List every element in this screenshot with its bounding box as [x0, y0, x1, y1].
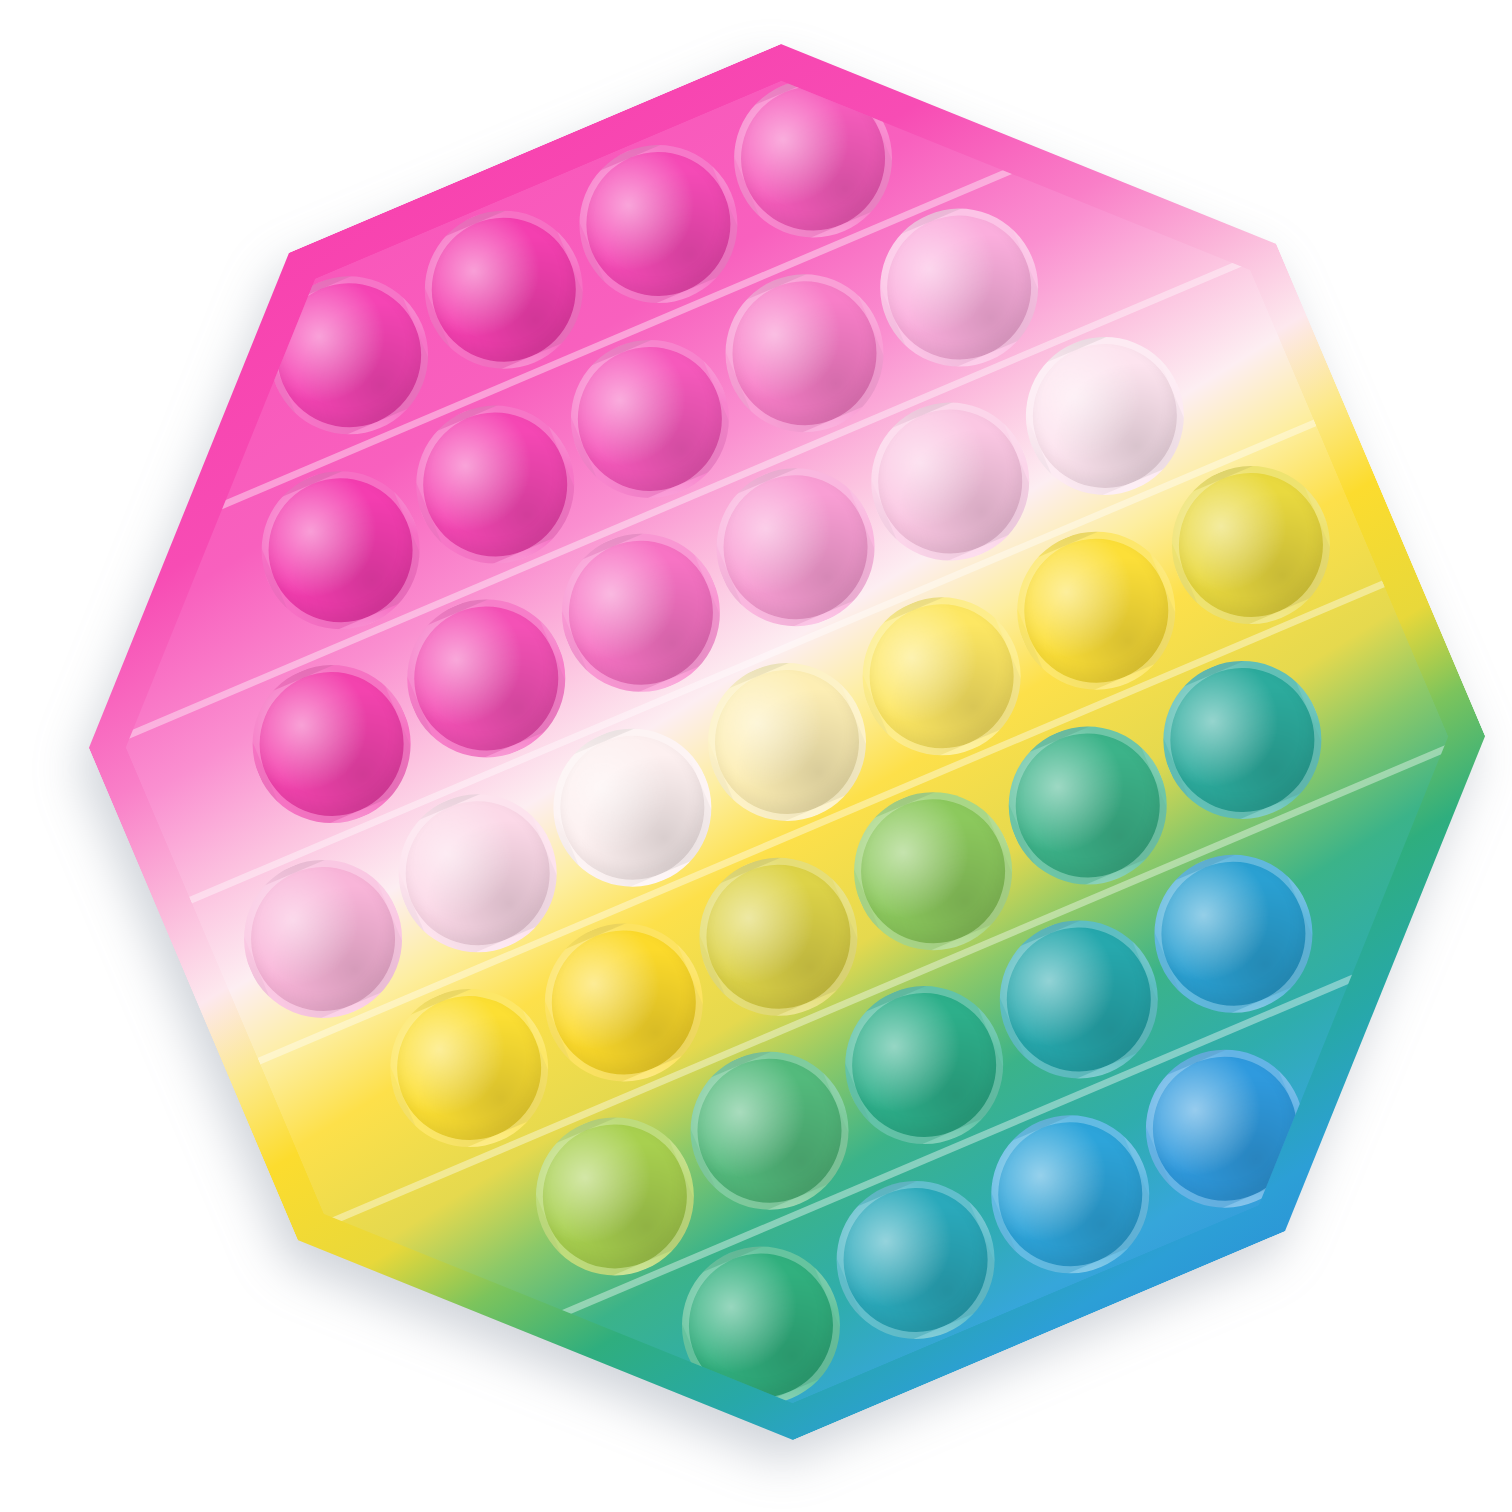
- popit-board: [0, 0, 1512, 1512]
- photo-scene: [0, 0, 1512, 1512]
- popit-tray: [0, 0, 1512, 1512]
